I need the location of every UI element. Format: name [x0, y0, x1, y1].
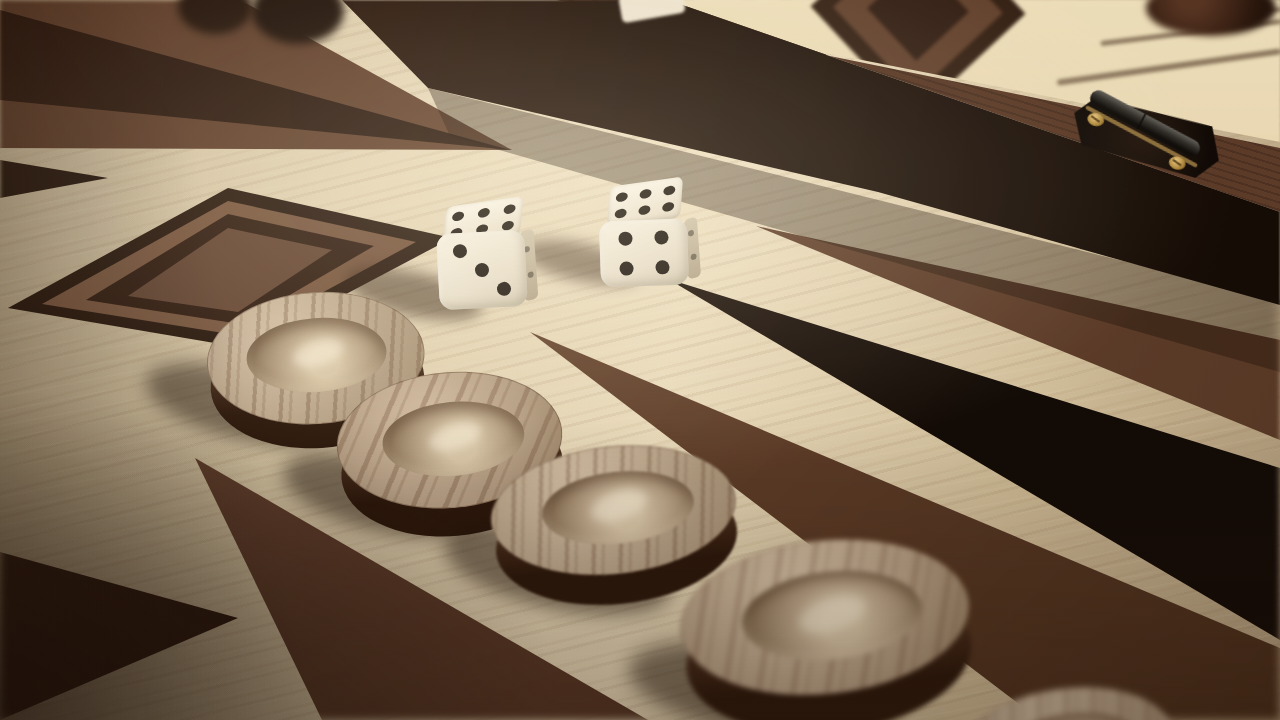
backgammon-photo-scene	[0, 0, 1280, 720]
warm-tint-overlay	[0, 0, 1280, 720]
